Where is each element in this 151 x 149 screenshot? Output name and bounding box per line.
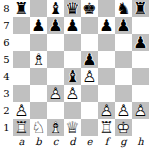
file-label-a: a — [13, 136, 30, 149]
piece-glyph: ♝ — [64, 68, 81, 85]
black-pawn-b7: ♟ — [30, 17, 47, 34]
square-b4[interactable] — [30, 68, 47, 85]
square-h6[interactable]: ♟ — [132, 34, 149, 51]
square-f2[interactable]: ♟♙ — [98, 102, 115, 119]
white-bishop-c1: ♝♗ — [47, 119, 64, 136]
piece-glyph: ♙ — [64, 85, 81, 102]
square-f3[interactable] — [98, 85, 115, 102]
square-d4[interactable]: ♝ — [64, 68, 81, 85]
square-c3[interactable]: ♟♙ — [47, 85, 64, 102]
square-d2[interactable] — [64, 102, 81, 119]
square-d6[interactable] — [64, 34, 81, 51]
file-label-g: g — [115, 136, 132, 149]
white-pawn-c3: ♟♙ — [47, 85, 64, 102]
square-e8[interactable]: ♚ — [81, 0, 98, 17]
square-a4[interactable] — [13, 68, 30, 85]
piece-glyph: ♞ — [115, 0, 132, 17]
piece-glyph: ♙ — [115, 102, 132, 119]
square-a5[interactable] — [13, 51, 30, 68]
square-c1[interactable]: ♝♗ — [47, 119, 64, 136]
square-e6[interactable] — [81, 34, 98, 51]
square-h7[interactable] — [132, 17, 149, 34]
black-king-e8: ♚ — [81, 0, 98, 17]
square-b1[interactable]: ♞♘ — [30, 119, 47, 136]
square-e3[interactable] — [81, 85, 98, 102]
black-bishop-d4: ♝ — [64, 68, 81, 85]
white-pawn-h2: ♟♙ — [132, 102, 149, 119]
piece-fill: ♞ — [30, 119, 47, 136]
square-f4[interactable] — [98, 68, 115, 85]
piece-glyph: ♟ — [47, 17, 64, 34]
white-pawn-f2: ♟♙ — [98, 102, 115, 119]
square-d5[interactable] — [64, 51, 81, 68]
square-g6[interactable] — [115, 34, 132, 51]
white-king-g1: ♚♔ — [115, 119, 132, 136]
black-pawn-g7: ♟ — [115, 17, 132, 34]
piece-fill: ♟ — [47, 85, 64, 102]
square-g1[interactable]: ♚♔ — [115, 119, 132, 136]
rank-label-7: 7 — [0, 17, 13, 34]
file-label-c: c — [47, 136, 64, 149]
piece-glyph: ♜ — [13, 0, 30, 17]
square-a2[interactable]: ♟♙ — [13, 102, 30, 119]
square-b7[interactable]: ♟ — [30, 17, 47, 34]
white-pawn-g2: ♟♙ — [115, 102, 132, 119]
white-pawn-d3: ♟♙ — [64, 85, 81, 102]
square-b3[interactable] — [30, 85, 47, 102]
chess-diagram: 8♜♝♛♚♞♜7♟♟♟♟♟6♟5♝♗♟4♝♟♙3♟♙♟♙2♟♙♟♙♟♙♟♙1♜♖… — [0, 0, 151, 149]
square-c2[interactable] — [47, 102, 64, 119]
square-f5[interactable] — [98, 51, 115, 68]
piece-fill: ♝ — [47, 119, 64, 136]
corner-spacer — [0, 136, 13, 149]
piece-fill: ♟ — [132, 102, 149, 119]
square-g8[interactable]: ♞ — [115, 0, 132, 17]
black-pawn-d7: ♟ — [64, 17, 81, 34]
piece-glyph: ♔ — [115, 119, 132, 136]
piece-glyph: ♜ — [132, 0, 149, 17]
black-rook-h8: ♜ — [132, 0, 149, 17]
piece-glyph: ♟ — [30, 17, 47, 34]
piece-glyph: ♖ — [13, 119, 30, 136]
square-g3[interactable] — [115, 85, 132, 102]
black-rook-a8: ♜ — [13, 0, 30, 17]
rank-label-8: 8 — [0, 0, 13, 17]
white-knight-b1: ♞♘ — [30, 119, 47, 136]
square-f6[interactable] — [98, 34, 115, 51]
piece-glyph: ♛ — [64, 0, 81, 17]
square-c5[interactable] — [47, 51, 64, 68]
piece-fill: ♚ — [115, 119, 132, 136]
white-pawn-a2: ♟♙ — [13, 102, 30, 119]
piece-fill: ♟ — [115, 102, 132, 119]
rank-label-5: 5 — [0, 51, 13, 68]
white-rook-f1: ♜♖ — [98, 119, 115, 136]
piece-glyph: ♕ — [64, 119, 81, 136]
square-h3[interactable] — [132, 85, 149, 102]
square-e7[interactable] — [81, 17, 98, 34]
square-a8[interactable]: ♜ — [13, 0, 30, 17]
square-e5[interactable]: ♟ — [81, 51, 98, 68]
black-pawn-c7: ♟ — [47, 17, 64, 34]
square-b2[interactable] — [30, 102, 47, 119]
square-a3[interactable] — [13, 85, 30, 102]
piece-fill: ♟ — [13, 102, 30, 119]
piece-fill: ♟ — [64, 85, 81, 102]
file-label-e: e — [81, 136, 98, 149]
square-a7[interactable] — [13, 17, 30, 34]
piece-glyph: ♙ — [47, 85, 64, 102]
square-g5[interactable] — [115, 51, 132, 68]
square-g4[interactable] — [115, 68, 132, 85]
square-g7[interactable]: ♟ — [115, 17, 132, 34]
piece-glyph: ♘ — [30, 119, 47, 136]
square-e1[interactable] — [81, 119, 98, 136]
square-e4[interactable]: ♟♙ — [81, 68, 98, 85]
square-d3[interactable]: ♟♙ — [64, 85, 81, 102]
piece-fill: ♟ — [81, 68, 98, 85]
rank-label-2: 2 — [0, 102, 13, 119]
piece-fill: ♛ — [64, 119, 81, 136]
white-rook-a1: ♜♖ — [13, 119, 30, 136]
square-f8[interactable] — [98, 0, 115, 17]
rank-label-4: 4 — [0, 68, 13, 85]
black-pawn-h6: ♟ — [132, 34, 149, 51]
black-queen-d8: ♛ — [64, 0, 81, 17]
piece-fill: ♝ — [30, 51, 47, 68]
square-h8[interactable]: ♜ — [132, 0, 149, 17]
black-bishop-c8: ♝ — [47, 0, 64, 17]
square-c7[interactable]: ♟ — [47, 17, 64, 34]
piece-glyph: ♟ — [81, 51, 98, 68]
piece-glyph: ♟ — [132, 34, 149, 51]
square-b8[interactable] — [30, 0, 47, 17]
piece-glyph: ♚ — [81, 0, 98, 17]
piece-glyph: ♟ — [64, 17, 81, 34]
file-label-h: h — [132, 136, 149, 149]
square-h2[interactable]: ♟♙ — [132, 102, 149, 119]
square-h1[interactable] — [132, 119, 149, 136]
white-pawn-e4: ♟♙ — [81, 68, 98, 85]
piece-glyph: ♙ — [98, 102, 115, 119]
square-f1[interactable]: ♜♖ — [98, 119, 115, 136]
piece-glyph: ♗ — [47, 119, 64, 136]
square-c4[interactable] — [47, 68, 64, 85]
square-c6[interactable] — [47, 34, 64, 51]
piece-fill: ♜ — [98, 119, 115, 136]
square-d1[interactable]: ♛♕ — [64, 119, 81, 136]
piece-glyph: ♙ — [81, 68, 98, 85]
square-e2[interactable] — [81, 102, 98, 119]
file-label-b: b — [30, 136, 47, 149]
piece-glyph: ♝ — [47, 0, 64, 17]
square-b5[interactable]: ♝♗ — [30, 51, 47, 68]
square-d8[interactable]: ♛ — [64, 0, 81, 17]
black-knight-g8: ♞ — [115, 0, 132, 17]
piece-glyph: ♗ — [30, 51, 47, 68]
square-h4[interactable] — [132, 68, 149, 85]
piece-glyph: ♖ — [98, 119, 115, 136]
square-h5[interactable] — [132, 51, 149, 68]
square-f7[interactable]: ♟ — [98, 17, 115, 34]
piece-glyph: ♟ — [98, 17, 115, 34]
file-label-d: d — [64, 136, 81, 149]
piece-fill: ♟ — [98, 102, 115, 119]
square-d7[interactable]: ♟ — [64, 17, 81, 34]
black-pawn-f7: ♟ — [98, 17, 115, 34]
square-a1[interactable]: ♜♖ — [13, 119, 30, 136]
square-c8[interactable]: ♝ — [47, 0, 64, 17]
piece-glyph: ♙ — [132, 102, 149, 119]
chess-board: 8♜♝♛♚♞♜7♟♟♟♟♟6♟5♝♗♟4♝♟♙3♟♙♟♙2♟♙♟♙♟♙♟♙1♜♖… — [0, 0, 151, 149]
rank-label-3: 3 — [0, 85, 13, 102]
square-b6[interactable] — [30, 34, 47, 51]
piece-fill: ♜ — [13, 119, 30, 136]
rank-label-1: 1 — [0, 119, 13, 136]
square-a6[interactable] — [13, 34, 30, 51]
white-bishop-b5: ♝♗ — [30, 51, 47, 68]
square-g2[interactable]: ♟♙ — [115, 102, 132, 119]
file-label-f: f — [98, 136, 115, 149]
black-pawn-e5: ♟ — [81, 51, 98, 68]
piece-glyph: ♟ — [115, 17, 132, 34]
piece-glyph: ♙ — [13, 102, 30, 119]
rank-label-6: 6 — [0, 34, 13, 51]
white-queen-d1: ♛♕ — [64, 119, 81, 136]
